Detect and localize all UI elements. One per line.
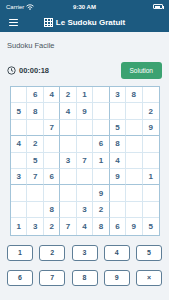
cell-r6c1[interactable]: 3	[11, 169, 27, 185]
app-screen: Carrier 9:30 AM Le Sudoku Gratuit	[0, 0, 169, 300]
cell-r6c7[interactable]: 9	[110, 169, 126, 185]
cell-r8c4[interactable]	[60, 202, 76, 218]
cell-r7c7[interactable]	[110, 185, 126, 201]
app-title-group: Le Sudoku Gratuit	[44, 18, 125, 27]
cell-r7c1[interactable]	[11, 185, 27, 201]
status-bar: Carrier 9:30 AM	[0, 0, 169, 13]
cell-r8c2[interactable]	[27, 202, 43, 218]
cell-r5c1[interactable]	[11, 153, 27, 169]
cell-r8c1[interactable]	[11, 202, 27, 218]
cell-r5c8[interactable]	[126, 153, 142, 169]
solution-button[interactable]: Solution	[121, 62, 163, 79]
cell-r8c3[interactable]: 8	[44, 202, 60, 218]
cell-r7c5[interactable]	[77, 185, 93, 201]
cell-r9c5[interactable]: 4	[77, 218, 93, 234]
cell-r9c1[interactable]: 1	[11, 218, 27, 234]
cell-r9c2[interactable]: 3	[27, 218, 43, 234]
cell-r3c5[interactable]	[77, 120, 93, 136]
cell-r4c2[interactable]: 2	[27, 136, 43, 152]
numpad-key-1[interactable]: 1	[7, 245, 33, 261]
cell-r4c1[interactable]: 4	[11, 136, 27, 152]
cell-r2c3[interactable]	[44, 103, 60, 119]
cell-r7c9[interactable]	[143, 185, 159, 201]
cell-r2c2[interactable]: 8	[27, 103, 43, 119]
cell-r6c4[interactable]	[60, 169, 76, 185]
cell-r7c2[interactable]	[27, 185, 43, 201]
cell-r2c7[interactable]	[110, 103, 126, 119]
cell-r5c6[interactable]: 1	[93, 153, 109, 169]
numpad-key-4[interactable]: 4	[104, 245, 130, 261]
numpad-key-8[interactable]: 8	[72, 270, 98, 286]
cell-r4c9[interactable]	[143, 136, 159, 152]
numpad-key-9[interactable]: 9	[104, 270, 130, 286]
cell-r1c6[interactable]	[93, 87, 109, 103]
numpad-key-erase[interactable]: ×	[136, 270, 162, 286]
controls-row: 00:00:18 Solution	[7, 62, 162, 79]
wifi-icon	[26, 4, 34, 10]
cell-r8c6[interactable]: 2	[93, 202, 109, 218]
cell-r4c5[interactable]	[77, 136, 93, 152]
cell-r7c8[interactable]	[126, 185, 142, 201]
navigation-bar: Le Sudoku Gratuit	[0, 13, 169, 32]
cell-r8c7[interactable]	[110, 202, 126, 218]
cell-r3c4[interactable]	[60, 120, 76, 136]
cell-r6c3[interactable]: 6	[44, 169, 60, 185]
cell-r1c8[interactable]: 8	[126, 87, 142, 103]
cell-r2c9[interactable]: 2	[143, 103, 159, 119]
cell-r3c1[interactable]	[11, 120, 27, 136]
timer: 00:00:18	[7, 66, 49, 75]
cell-r4c8[interactable]	[126, 136, 142, 152]
cell-r9c8[interactable]: 9	[126, 218, 142, 234]
cell-r1c9[interactable]	[143, 87, 159, 103]
cell-r2c4[interactable]: 4	[60, 103, 76, 119]
timer-value: 00:00:18	[19, 66, 49, 75]
clock-icon	[7, 66, 16, 75]
page-title: Sudoku Facile	[7, 41, 169, 50]
battery-icon	[153, 4, 163, 9]
cell-r9c6[interactable]: 8	[93, 218, 109, 234]
cell-r1c4[interactable]: 2	[60, 87, 76, 103]
cell-r5c7[interactable]: 4	[110, 153, 126, 169]
cell-r1c3[interactable]: 4	[44, 87, 60, 103]
cell-r9c3[interactable]: 2	[44, 218, 60, 234]
cell-r7c6[interactable]: 9	[93, 185, 109, 201]
cell-r4c3[interactable]	[44, 136, 60, 152]
cell-r6c9[interactable]: 1	[143, 169, 159, 185]
cell-r4c4[interactable]	[60, 136, 76, 152]
cell-r8c5[interactable]: 3	[77, 202, 93, 218]
cell-r1c5[interactable]: 1	[77, 87, 93, 103]
cell-r3c6[interactable]	[93, 120, 109, 136]
cell-r6c6[interactable]	[93, 169, 109, 185]
cell-r3c2[interactable]	[27, 120, 43, 136]
cell-r6c8[interactable]	[126, 169, 142, 185]
cell-r3c9[interactable]: 9	[143, 120, 159, 136]
cell-r9c9[interactable]: 5	[143, 218, 159, 234]
numpad-key-6[interactable]: 6	[7, 270, 33, 286]
cell-r5c4[interactable]: 3	[60, 153, 76, 169]
numpad-key-3[interactable]: 3	[72, 245, 98, 261]
cell-r7c3[interactable]	[44, 185, 60, 201]
cell-r6c5[interactable]	[77, 169, 93, 185]
cell-r9c7[interactable]: 6	[110, 218, 126, 234]
cell-r3c7[interactable]: 5	[110, 120, 126, 136]
cell-r2c1[interactable]: 5	[11, 103, 27, 119]
cell-r7c4[interactable]	[60, 185, 76, 201]
cell-r8c8[interactable]	[126, 202, 142, 218]
grid-logo-icon	[44, 18, 53, 27]
cell-r2c6[interactable]	[93, 103, 109, 119]
cell-r3c8[interactable]	[126, 120, 142, 136]
cell-r5c9[interactable]	[143, 153, 159, 169]
cell-r2c8[interactable]	[126, 103, 142, 119]
cell-r5c3[interactable]	[44, 153, 60, 169]
numpad-key-5[interactable]: 5	[136, 245, 162, 261]
cell-r1c7[interactable]: 3	[110, 87, 126, 103]
cell-r5c2[interactable]: 5	[27, 153, 43, 169]
cell-r3c3[interactable]: 7	[44, 120, 60, 136]
cell-r2c5[interactable]: 9	[77, 103, 93, 119]
carrier-label: Carrier	[6, 4, 24, 10]
app-title: Le Sudoku Gratuit	[56, 18, 125, 27]
cell-r9c4[interactable]: 7	[60, 218, 76, 234]
cell-r1c1[interactable]	[11, 87, 27, 103]
numpad-key-7[interactable]: 7	[39, 270, 65, 286]
sudoku-board: 6421385849275942685371437691983213274869…	[10, 86, 160, 236]
number-pad: 1 2 3 4 5 6 7 8 9 ×	[7, 245, 162, 286]
cell-r6c2[interactable]: 7	[27, 169, 43, 185]
cell-r4c6[interactable]: 6	[93, 136, 109, 152]
numpad-key-2[interactable]: 2	[39, 245, 65, 261]
cell-r5c5[interactable]: 7	[77, 153, 93, 169]
cell-r8c9[interactable]	[143, 202, 159, 218]
cell-r1c2[interactable]: 6	[27, 87, 43, 103]
hamburger-menu-icon[interactable]	[9, 19, 18, 26]
cell-r4c7[interactable]: 8	[110, 136, 126, 152]
